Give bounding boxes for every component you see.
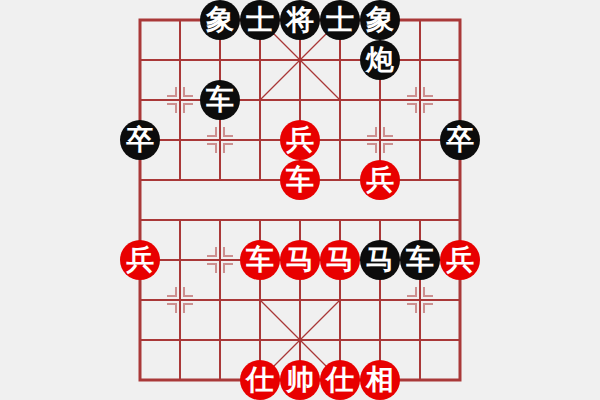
black-chariot-piece[interactable]: 车 xyxy=(200,80,240,120)
red-chariot-piece[interactable]: 车 xyxy=(240,240,280,280)
black-horse-piece[interactable]: 马 xyxy=(360,240,400,280)
red-pawn-piece[interactable]: 兵 xyxy=(280,120,320,160)
black-elephant-piece[interactable]: 象 xyxy=(200,0,240,40)
red-horse-piece[interactable]: 马 xyxy=(280,240,320,280)
black-advisor-piece[interactable]: 士 xyxy=(320,0,360,40)
red-king-piece[interactable]: 帅 xyxy=(280,360,320,400)
red-elephant-piece[interactable]: 相 xyxy=(360,360,400,400)
black-general-piece[interactable]: 将 xyxy=(280,0,320,40)
red-advisor-piece[interactable]: 仕 xyxy=(320,360,360,400)
red-horse-piece[interactable]: 马 xyxy=(320,240,360,280)
black-chariot-piece[interactable]: 车 xyxy=(400,240,440,280)
red-pawn-piece[interactable]: 兵 xyxy=(120,240,160,280)
black-elephant-piece[interactable]: 象 xyxy=(360,0,400,40)
red-pawn-piece[interactable]: 兵 xyxy=(360,160,400,200)
black-cannon-piece[interactable]: 炮 xyxy=(360,40,400,80)
red-chariot-piece[interactable]: 车 xyxy=(280,160,320,200)
black-advisor-piece[interactable]: 士 xyxy=(240,0,280,40)
red-advisor-piece[interactable]: 仕 xyxy=(240,360,280,400)
red-pawn-piece[interactable]: 兵 xyxy=(440,240,480,280)
black-pawn-piece[interactable]: 卒 xyxy=(120,120,160,160)
board-grid xyxy=(0,0,600,400)
black-pawn-piece[interactable]: 卒 xyxy=(440,120,480,160)
xiangqi-board: 象士将士象炮车卒卒马车兵车兵兵车马马兵仕帅仕相 xyxy=(0,0,600,400)
